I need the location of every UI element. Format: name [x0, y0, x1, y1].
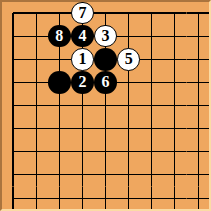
intersection	[48, 1, 71, 24]
intersection	[48, 71, 71, 94]
intersection	[48, 94, 71, 117]
intersection	[48, 48, 71, 71]
intersection	[187, 187, 210, 210]
intersection	[163, 25, 186, 48]
intersection	[25, 140, 48, 163]
intersection: 4	[71, 25, 94, 48]
intersection: 3	[94, 25, 117, 48]
intersection	[187, 71, 210, 94]
intersection	[71, 187, 94, 210]
intersection	[187, 1, 210, 24]
intersection	[1, 48, 24, 71]
intersection	[1, 25, 24, 48]
intersection: 2	[71, 71, 94, 94]
intersection	[187, 94, 210, 117]
intersection	[25, 117, 48, 140]
intersection	[1, 187, 24, 210]
intersection	[140, 1, 163, 24]
intersection	[48, 187, 71, 210]
intersection	[1, 94, 24, 117]
intersection	[140, 94, 163, 117]
black-stone-move-6: 6	[94, 71, 117, 94]
intersection	[1, 163, 24, 186]
intersection	[140, 187, 163, 210]
intersection	[94, 140, 117, 163]
intersection	[48, 140, 71, 163]
intersection	[94, 117, 117, 140]
intersection	[1, 117, 24, 140]
intersection	[140, 71, 163, 94]
intersection	[25, 1, 48, 24]
intersection	[140, 48, 163, 71]
intersection	[1, 1, 24, 24]
intersection	[117, 1, 140, 24]
black-stone	[94, 48, 117, 71]
intersection	[1, 140, 24, 163]
intersection	[117, 94, 140, 117]
intersection	[140, 163, 163, 186]
intersection	[25, 71, 48, 94]
black-stone-move-8: 8	[48, 25, 71, 48]
intersection: 5	[117, 48, 140, 71]
intersection	[71, 163, 94, 186]
intersection	[187, 163, 210, 186]
intersection	[25, 163, 48, 186]
intersection	[94, 48, 117, 71]
intersection	[117, 117, 140, 140]
intersection	[94, 94, 117, 117]
black-stone-move-4: 4	[71, 25, 94, 48]
white-stone-move-7: 7	[71, 2, 94, 25]
intersection	[163, 1, 186, 24]
intersection	[140, 140, 163, 163]
intersection	[94, 1, 117, 24]
intersection	[94, 163, 117, 186]
intersection	[94, 187, 117, 210]
intersection	[163, 140, 186, 163]
intersection	[163, 48, 186, 71]
intersection	[48, 163, 71, 186]
intersection	[163, 117, 186, 140]
go-board: 78431526	[0, 0, 211, 211]
black-stone-move-2: 2	[71, 71, 94, 94]
intersection	[48, 117, 71, 140]
white-stone-move-3: 3	[94, 25, 117, 48]
intersection	[163, 163, 186, 186]
intersection	[25, 187, 48, 210]
intersection	[163, 94, 186, 117]
intersection: 7	[71, 1, 94, 24]
intersection	[71, 94, 94, 117]
intersection	[163, 71, 186, 94]
intersection	[117, 140, 140, 163]
intersection	[25, 94, 48, 117]
white-stone-move-1: 1	[71, 48, 94, 71]
intersection	[117, 71, 140, 94]
intersection	[71, 140, 94, 163]
intersection	[117, 25, 140, 48]
intersection	[117, 187, 140, 210]
intersection: 1	[71, 48, 94, 71]
intersection	[1, 71, 24, 94]
intersection	[163, 187, 186, 210]
intersection: 8	[48, 25, 71, 48]
intersection	[117, 163, 140, 186]
intersection	[187, 48, 210, 71]
intersection	[25, 48, 48, 71]
intersection	[187, 117, 210, 140]
intersection	[25, 25, 48, 48]
intersection	[140, 25, 163, 48]
intersection	[187, 140, 210, 163]
intersection	[187, 25, 210, 48]
white-stone-move-5: 5	[117, 48, 140, 71]
intersection	[140, 117, 163, 140]
black-stone	[48, 71, 71, 94]
intersection: 6	[94, 71, 117, 94]
intersection	[71, 117, 94, 140]
go-board-grid: 78431526	[1, 1, 209, 209]
